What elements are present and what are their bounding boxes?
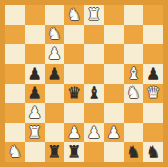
square-f7[interactable]	[104, 25, 124, 45]
square-b2[interactable]: ♜	[25, 123, 45, 143]
square-b8[interactable]	[25, 5, 45, 25]
square-d5[interactable]	[64, 64, 84, 84]
square-b4[interactable]: ♟	[25, 84, 45, 104]
square-f2[interactable]: ♟	[104, 123, 124, 143]
black-pawn: ♟	[27, 66, 41, 82]
square-g1[interactable]: ♞	[124, 142, 144, 162]
square-g2[interactable]	[124, 123, 144, 143]
square-h4[interactable]: ♛	[143, 84, 163, 104]
square-g4[interactable]: ♞	[124, 84, 144, 104]
square-e4[interactable]: ♝	[84, 84, 104, 104]
square-b3[interactable]: ♟	[25, 103, 45, 123]
chess-board: ♞♜♞♟♟♟♝♟♟♛♝♞♛♟♜♟♟♟♞♜♜♞♞	[5, 5, 163, 162]
chess-board-frame: ♞♜♞♟♟♟♝♟♟♛♝♞♛♟♜♟♟♟♞♜♜♞♞	[0, 0, 168, 167]
square-d3[interactable]	[64, 103, 84, 123]
square-g3[interactable]	[124, 103, 144, 123]
square-d8[interactable]: ♞	[64, 5, 84, 25]
white-pawn: ♟	[47, 46, 61, 62]
black-pawn: ♟	[27, 85, 41, 101]
square-g6[interactable]	[124, 44, 144, 64]
square-e1[interactable]	[84, 142, 104, 162]
square-a7[interactable]	[5, 25, 25, 45]
square-f3[interactable]	[104, 103, 124, 123]
square-c2[interactable]	[45, 123, 65, 143]
black-rook: ♜	[67, 144, 81, 160]
black-knight: ♞	[126, 144, 140, 160]
square-e6[interactable]	[84, 44, 104, 64]
square-c3[interactable]	[45, 103, 65, 123]
square-b6[interactable]	[25, 44, 45, 64]
square-e8[interactable]: ♜	[84, 5, 104, 25]
square-e2[interactable]: ♟	[84, 123, 104, 143]
square-a3[interactable]	[5, 103, 25, 123]
square-h7[interactable]	[143, 25, 163, 45]
square-h2[interactable]	[143, 123, 163, 143]
square-a2[interactable]	[5, 123, 25, 143]
square-e5[interactable]	[84, 64, 104, 84]
square-f8[interactable]	[104, 5, 124, 25]
square-d7[interactable]	[64, 25, 84, 45]
white-knight: ♞	[67, 7, 81, 23]
black-pawn: ♟	[146, 66, 160, 82]
white-knight: ♞	[126, 85, 140, 101]
square-d1[interactable]: ♜	[64, 142, 84, 162]
square-c4[interactable]	[45, 84, 65, 104]
black-knight: ♞	[146, 144, 160, 160]
square-g5[interactable]: ♝	[124, 64, 144, 84]
white-knight: ♞	[8, 144, 22, 160]
square-a5[interactable]	[5, 64, 25, 84]
square-h6[interactable]	[143, 44, 163, 64]
black-rook: ♜	[47, 144, 61, 160]
square-a8[interactable]	[5, 5, 25, 25]
square-h5[interactable]: ♟	[143, 64, 163, 84]
white-bishop: ♝	[126, 66, 140, 82]
square-b1[interactable]	[25, 142, 45, 162]
square-g8[interactable]	[124, 5, 144, 25]
square-f5[interactable]	[104, 64, 124, 84]
square-a4[interactable]	[5, 84, 25, 104]
square-f4[interactable]	[104, 84, 124, 104]
square-f6[interactable]	[104, 44, 124, 64]
white-rook: ♜	[27, 125, 41, 141]
white-pawn: ♟	[67, 125, 81, 141]
square-e3[interactable]	[84, 103, 104, 123]
square-c5[interactable]: ♟	[45, 64, 65, 84]
square-h3[interactable]	[143, 103, 163, 123]
square-c1[interactable]: ♜	[45, 142, 65, 162]
black-pawn: ♟	[47, 66, 61, 82]
square-e7[interactable]	[84, 25, 104, 45]
white-rook: ♜	[87, 7, 101, 23]
square-c8[interactable]	[45, 5, 65, 25]
white-pawn: ♟	[87, 125, 101, 141]
square-h1[interactable]: ♞	[143, 142, 163, 162]
square-d4[interactable]: ♛	[64, 84, 84, 104]
square-a6[interactable]	[5, 44, 25, 64]
square-g7[interactable]	[124, 25, 144, 45]
square-h8[interactable]	[143, 5, 163, 25]
square-f1[interactable]	[104, 142, 124, 162]
white-knight: ♞	[47, 26, 61, 42]
square-a1[interactable]: ♞	[5, 142, 25, 162]
white-pawn: ♟	[27, 105, 41, 121]
white-queen: ♛	[146, 85, 160, 101]
black-queen: ♛	[67, 85, 81, 101]
square-c6[interactable]: ♟	[45, 44, 65, 64]
square-b7[interactable]	[25, 25, 45, 45]
square-d2[interactable]: ♟	[64, 123, 84, 143]
square-c7[interactable]: ♞	[45, 25, 65, 45]
square-d6[interactable]	[64, 44, 84, 64]
black-bishop: ♝	[87, 85, 101, 101]
square-b5[interactable]: ♟	[25, 64, 45, 84]
white-pawn: ♟	[106, 125, 120, 141]
